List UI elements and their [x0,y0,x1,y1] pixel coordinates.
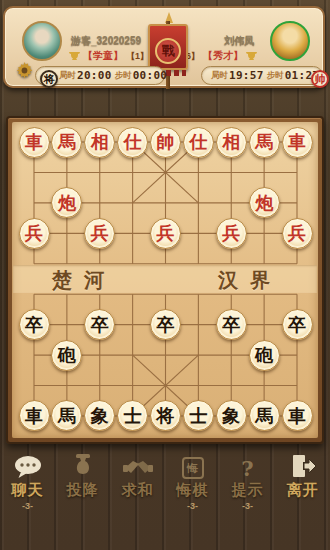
piece-black-砲[interactable]: 砲 [51,340,82,371]
leave-icon [277,452,329,479]
left-game-time-label: 局时 [59,70,76,82]
piece-red-兵[interactable]: 兵 [282,218,313,249]
toolbar-count-undo: -3- [167,501,219,512]
piece-red-仕[interactable]: 仕 [117,127,148,158]
piece-red-車[interactable]: 車 [282,127,313,158]
toolbar-count-draw [112,501,164,512]
right-side-badge: 帅 [311,70,329,88]
left-player-name: 游客_32020259 [71,34,141,48]
toolbar-label-surrender: 投降 [57,481,109,500]
trophy-icon [246,51,257,61]
right-game-time: 19:57 [229,69,264,82]
left-game-time: 20:00 [77,69,112,82]
surrender-icon [57,452,109,479]
left-move-time: 00:00 [133,69,168,82]
match-header-panel: 游客_32020259 刘伟凤 【学童】 【1】 【36】 【秀才】 戰 局时 … [3,6,325,88]
piece-red-炮[interactable]: 炮 [249,187,280,218]
toolbar-count-hint: -3- [222,501,274,512]
piece-red-帥[interactable]: 帥 [150,127,181,158]
undo-icon: 悔 [167,452,219,479]
right-move-time-label: 步时 [267,70,284,82]
toolbar-label-leave: 离开 [277,481,329,500]
left-player-title: 【学童】 [83,49,123,63]
piece-red-兵[interactable]: 兵 [150,218,181,249]
piece-black-卒[interactable]: 卒 [216,309,247,340]
toolbar-label-draw: 求和 [112,481,164,500]
toolbar-label-chat: 聊天 [2,481,54,500]
piece-black-砲[interactable]: 砲 [249,340,280,371]
piece-red-車[interactable]: 車 [19,127,50,158]
right-player-name: 刘伟凤 [224,34,254,48]
right-player-timers: 局时 19:57 步时 01:27 [201,66,323,85]
trophy-icon [69,51,80,61]
piece-red-兵[interactable]: 兵 [216,218,247,249]
toolbar-button-leave[interactable]: 离开 [277,452,329,512]
toolbar-count-leave [277,501,329,512]
toolbar-count-surrender [57,501,109,512]
left-player-avatar[interactable] [22,21,62,61]
piece-black-車[interactable]: 車 [19,400,50,431]
left-move-time-label: 步时 [115,70,132,82]
piece-red-相[interactable]: 相 [84,127,115,158]
piece-red-相[interactable]: 相 [216,127,247,158]
toolbar-button-undo[interactable]: 悔悔棋-3- [167,452,219,512]
piece-black-卒[interactable]: 卒 [19,309,50,340]
piece-red-馬[interactable]: 馬 [249,127,280,158]
right-player-title: 【秀才】 [203,49,243,63]
toolbar-button-hint[interactable]: ?提示-3- [222,452,274,512]
piece-red-兵[interactable]: 兵 [84,218,115,249]
right-player-avatar[interactable] [270,21,310,61]
piece-red-馬[interactable]: 馬 [51,127,82,158]
bottom-toolbar: 聊天-3-投降求和悔悔棋-3-?提示-3-离开 [0,452,330,512]
piece-red-仕[interactable]: 仕 [183,127,214,158]
banner-battle-char: 戰 [155,38,181,64]
river-label-left: 楚河 [52,267,116,294]
toolbar-label-hint: 提示 [222,481,274,500]
toolbar-button-draw[interactable]: 求和 [112,452,164,512]
chat-icon [2,452,54,479]
settings-gear-icon[interactable] [16,62,33,79]
hint-icon: ? [222,452,274,479]
piece-black-卒[interactable]: 卒 [150,309,181,340]
left-player-rank-row: 【学童】 【1】 [69,49,149,63]
left-side-badge: 将 [40,70,58,88]
handshake-icon [112,452,164,479]
toolbar-count-chat: -3- [2,501,54,512]
river-label-right: 汉界 [218,267,282,294]
piece-black-卒[interactable]: 卒 [282,309,313,340]
piece-red-兵[interactable]: 兵 [19,218,50,249]
piece-black-車[interactable]: 車 [282,400,313,431]
right-game-time-label: 局时 [211,70,228,82]
toolbar-button-surrender[interactable]: 投降 [57,452,109,512]
piece-black-馬[interactable]: 馬 [249,400,280,431]
toolbar-label-undo: 悔棋 [167,481,219,500]
toolbar-button-chat[interactable]: 聊天-3- [2,452,54,512]
